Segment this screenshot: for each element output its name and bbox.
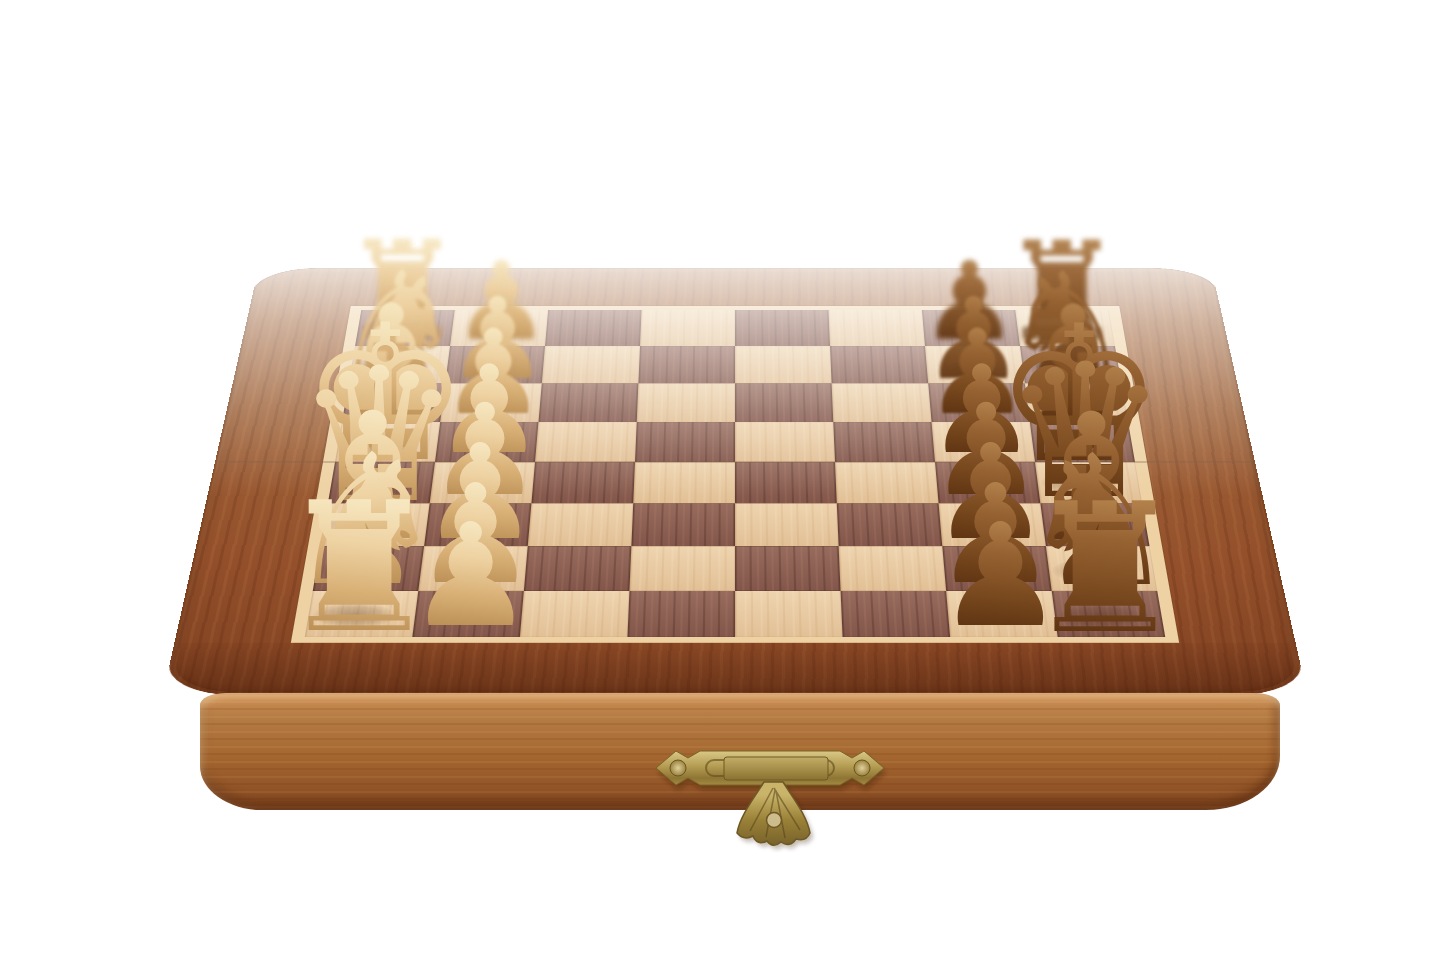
square-b5 (735, 546, 841, 591)
photo-stage: ♜♟♟♜♞♟♟♞♝♟♟♝♚♟♟♚♛♟♟♛♝♟♟♝♞♟♟♞♜♟♟♜ (0, 0, 1445, 963)
square-e6 (833, 422, 935, 462)
latch-clasp-hole (767, 813, 782, 828)
square-d6 (835, 462, 939, 503)
square-h6 (828, 310, 925, 346)
square-g8 (1020, 346, 1121, 383)
square-a2 (412, 591, 524, 637)
square-c2 (424, 503, 531, 546)
square-f8 (1025, 383, 1128, 422)
square-e1 (335, 422, 440, 462)
square-h2 (450, 310, 548, 346)
square-c8 (1040, 503, 1149, 546)
square-g4 (638, 346, 735, 383)
square-e7 (932, 422, 1035, 462)
square-a3 (520, 591, 630, 637)
square-e4 (635, 422, 735, 462)
square-f4 (637, 383, 735, 422)
square-d4 (633, 462, 735, 503)
square-f6 (832, 383, 932, 422)
square-a5 (735, 591, 843, 637)
square-b1 (313, 546, 424, 591)
square-c5 (735, 503, 839, 546)
square-d3 (531, 462, 635, 503)
square-b4 (629, 546, 735, 591)
square-b2 (418, 546, 527, 591)
chess-board (305, 310, 1165, 637)
brass-latch (640, 738, 900, 853)
square-b8 (1046, 546, 1157, 591)
square-b3 (524, 546, 631, 591)
square-h7 (922, 310, 1020, 346)
square-c1 (320, 503, 429, 546)
near-border-shading (170, 643, 1300, 692)
square-d7 (935, 462, 1040, 503)
fold-seam (219, 461, 1251, 463)
square-d1 (328, 462, 435, 503)
square-c6 (837, 503, 942, 546)
square-f3 (538, 383, 638, 422)
square-g6 (830, 346, 928, 383)
square-g2 (445, 346, 545, 383)
square-d2 (430, 462, 535, 503)
square-a8 (1052, 591, 1166, 637)
latch-hasp-bar-icon (724, 757, 828, 780)
square-g3 (542, 346, 640, 383)
square-e8 (1030, 422, 1135, 462)
square-a6 (841, 591, 951, 637)
square-c3 (528, 503, 633, 546)
square-f5 (735, 383, 833, 422)
square-h8 (1015, 310, 1115, 346)
square-f2 (440, 383, 542, 422)
latch-screw-left-icon (670, 760, 686, 776)
square-g1 (349, 346, 450, 383)
square-a1 (305, 591, 419, 637)
square-g5 (735, 346, 832, 383)
square-e3 (535, 422, 637, 462)
square-f1 (342, 383, 445, 422)
square-g7 (925, 346, 1025, 383)
square-d8 (1035, 462, 1142, 503)
square-a7 (946, 591, 1058, 637)
square-h1 (355, 310, 455, 346)
square-h3 (545, 310, 642, 346)
square-f7 (928, 383, 1030, 422)
square-c7 (939, 503, 1046, 546)
square-c4 (631, 503, 735, 546)
square-a4 (627, 591, 735, 637)
square-b7 (942, 546, 1051, 591)
square-h5 (735, 310, 830, 346)
square-d5 (735, 462, 837, 503)
chess-box-top-plane (163, 268, 1308, 695)
latch-screw-right-icon (854, 760, 870, 776)
square-h4 (640, 310, 735, 346)
square-b6 (839, 546, 946, 591)
square-e2 (435, 422, 538, 462)
square-e5 (735, 422, 835, 462)
